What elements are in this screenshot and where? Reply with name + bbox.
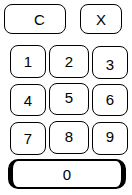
key-5[interactable]: 5 [49,83,89,115]
key-0[interactable]: 0 [8,159,126,189]
key-7[interactable]: 7 [10,122,46,155]
numeric-keypad: C X 1 2 3 4 5 6 7 8 9 0 [0,0,132,195]
key-1[interactable]: 1 [10,45,46,78]
key-6[interactable]: 6 [92,84,128,116]
key-4[interactable]: 4 [10,84,46,116]
key-3[interactable]: 3 [92,46,128,79]
clear-button[interactable]: C [4,4,66,34]
close-button[interactable]: X [80,4,122,34]
key-8[interactable]: 8 [49,121,89,154]
key-2[interactable]: 2 [49,45,89,78]
key-9[interactable]: 9 [92,122,128,155]
